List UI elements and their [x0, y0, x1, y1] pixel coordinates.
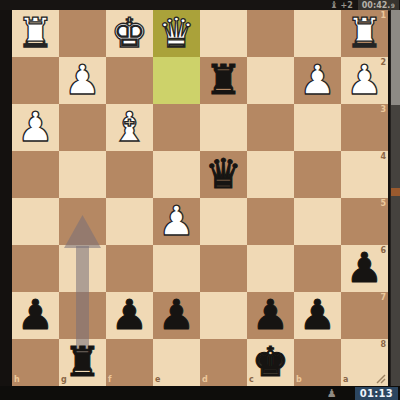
square-h8[interactable]: h	[12, 339, 59, 386]
file-label-e: e	[155, 376, 160, 384]
rank-label-8: 8	[380, 341, 386, 349]
white-pawn[interactable]: ♟	[59, 57, 106, 104]
square-b7[interactable]: ♟	[294, 292, 341, 339]
square-d5[interactable]	[200, 198, 247, 245]
chess-board[interactable]: ♜♚♛♜1♟♜♟♟2♟♝3♛4♟5♟6♟♟♟♟♟7h♜gfed♚cba8	[12, 10, 388, 386]
square-c8[interactable]: ♚c	[247, 339, 294, 386]
square-c1[interactable]	[247, 10, 294, 57]
square-c4[interactable]	[247, 151, 294, 198]
square-d7[interactable]	[200, 292, 247, 339]
square-h6[interactable]	[12, 245, 59, 292]
square-a5[interactable]: 5	[341, 198, 388, 245]
square-g5[interactable]	[59, 198, 106, 245]
file-label-c: c	[249, 376, 254, 384]
white-pawn[interactable]: ♟	[294, 57, 341, 104]
square-d2[interactable]: ♜	[200, 57, 247, 104]
file-label-f: f	[108, 376, 111, 384]
square-d6[interactable]	[200, 245, 247, 292]
square-e8[interactable]: e	[153, 339, 200, 386]
black-pawn[interactable]: ♟	[106, 292, 153, 339]
rank-label-6: 6	[380, 247, 386, 255]
black-clock: 01:13	[355, 387, 398, 400]
black-pawn[interactable]: ♟	[247, 292, 294, 339]
captured-pawn-icon: ♟	[327, 387, 337, 400]
white-pawn[interactable]: ♟	[153, 198, 200, 245]
square-e1[interactable]: ♛	[153, 10, 200, 57]
file-label-g: g	[61, 376, 67, 384]
square-c7[interactable]: ♟	[247, 292, 294, 339]
black-pawn[interactable]: ♟	[153, 292, 200, 339]
square-e6[interactable]	[153, 245, 200, 292]
scrollbar[interactable]	[390, 10, 400, 386]
square-d4[interactable]: ♛	[200, 151, 247, 198]
file-label-b: b	[296, 376, 302, 384]
square-h5[interactable]	[12, 198, 59, 245]
file-label-h: h	[14, 376, 20, 384]
black-rook[interactable]: ♜	[200, 57, 247, 104]
square-h3[interactable]: ♟	[12, 104, 59, 151]
square-b4[interactable]	[294, 151, 341, 198]
square-f8[interactable]: f	[106, 339, 153, 386]
square-b6[interactable]	[294, 245, 341, 292]
square-e4[interactable]	[153, 151, 200, 198]
square-h7[interactable]: ♟	[12, 292, 59, 339]
square-g3[interactable]	[59, 104, 106, 151]
white-bishop[interactable]: ♝	[106, 104, 153, 151]
chess-game-screen: ♝ +2 00:42.9 ♜♚♛♜1♟♜♟♟2♟♝3♛4♟5♟6♟♟♟♟♟7h♜…	[0, 0, 400, 400]
square-g7[interactable]	[59, 292, 106, 339]
captured-bishop-icon: ♝	[330, 0, 339, 10]
square-f1[interactable]: ♚	[106, 10, 153, 57]
white-queen[interactable]: ♛	[153, 10, 200, 57]
square-b8[interactable]: b	[294, 339, 341, 386]
square-h1[interactable]: ♜	[12, 10, 59, 57]
top-player-bar: ♝ +2 00:42.9	[0, 0, 400, 10]
square-a6[interactable]: ♟6	[341, 245, 388, 292]
square-e2[interactable]	[153, 57, 200, 104]
square-a7[interactable]: 7	[341, 292, 388, 339]
black-queen[interactable]: ♛	[200, 151, 247, 198]
square-a4[interactable]: 4	[341, 151, 388, 198]
rank-label-2: 2	[380, 59, 386, 67]
square-f6[interactable]	[106, 245, 153, 292]
square-d3[interactable]	[200, 104, 247, 151]
scrollbar-thumb[interactable]	[391, 10, 400, 105]
square-g8[interactable]: ♜g	[59, 339, 106, 386]
square-g2[interactable]: ♟	[59, 57, 106, 104]
square-e5[interactable]: ♟	[153, 198, 200, 245]
square-f3[interactable]: ♝	[106, 104, 153, 151]
square-g6[interactable]	[59, 245, 106, 292]
white-clock-tenths: 9	[391, 2, 395, 9]
bottom-player-bar: ♟ 01:13	[0, 386, 400, 400]
square-f5[interactable]	[106, 198, 153, 245]
scrollbar-marker	[391, 188, 400, 196]
square-c3[interactable]	[247, 104, 294, 151]
square-a3[interactable]: 3	[341, 104, 388, 151]
black-pawn[interactable]: ♟	[294, 292, 341, 339]
square-e3[interactable]	[153, 104, 200, 151]
square-h4[interactable]	[12, 151, 59, 198]
square-c2[interactable]	[247, 57, 294, 104]
white-rook[interactable]: ♜	[12, 10, 59, 57]
square-d8[interactable]: d	[200, 339, 247, 386]
rank-label-7: 7	[380, 294, 386, 302]
file-label-d: d	[202, 376, 208, 384]
square-f7[interactable]: ♟	[106, 292, 153, 339]
board-resize-handle[interactable]	[374, 372, 386, 384]
square-c5[interactable]	[247, 198, 294, 245]
square-d1[interactable]	[200, 10, 247, 57]
square-b3[interactable]	[294, 104, 341, 151]
square-e7[interactable]: ♟	[153, 292, 200, 339]
square-f2[interactable]	[106, 57, 153, 104]
square-h2[interactable]	[12, 57, 59, 104]
square-a2[interactable]: ♟2	[341, 57, 388, 104]
file-label-a: a	[343, 376, 348, 384]
rank-label-1: 1	[380, 12, 386, 20]
black-king[interactable]: ♚	[247, 339, 294, 386]
rank-label-5: 5	[380, 200, 386, 208]
square-b2[interactable]: ♟	[294, 57, 341, 104]
square-b1[interactable]	[294, 10, 341, 57]
black-pawn[interactable]: ♟	[12, 292, 59, 339]
square-c6[interactable]	[247, 245, 294, 292]
white-pawn[interactable]: ♟	[12, 104, 59, 151]
rank-label-4: 4	[380, 153, 386, 161]
white-king[interactable]: ♚	[106, 10, 153, 57]
square-f4[interactable]	[106, 151, 153, 198]
square-g1[interactable]	[59, 10, 106, 57]
square-g4[interactable]	[59, 151, 106, 198]
square-b5[interactable]	[294, 198, 341, 245]
square-a1[interactable]: ♜1	[341, 10, 388, 57]
rank-label-3: 3	[380, 106, 386, 114]
